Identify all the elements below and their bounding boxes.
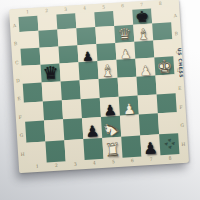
coordinate-label: E bbox=[176, 80, 183, 99]
square-h1[interactable]: ♣♣♣♣ bbox=[159, 133, 179, 155]
board-grid: ♚♛♝♟♟♛♝♟♚♟♟♟♞♜♟♣♣♣♣ bbox=[19, 7, 180, 163]
square-a2[interactable] bbox=[25, 121, 45, 143]
brand-text: US CHESS bbox=[176, 48, 182, 78]
piece-black-king[interactable]: ♚ bbox=[135, 10, 149, 26]
square-g3[interactable] bbox=[138, 94, 158, 115]
coordinate-label: 6 bbox=[123, 159, 142, 165]
coordinate-label: G bbox=[179, 117, 186, 136]
square-d8[interactable] bbox=[75, 12, 95, 29]
square-h3[interactable] bbox=[157, 93, 177, 114]
chess-board: 12345678 12345678 ABCDEFGH ABCDEFGH US C… bbox=[9, 0, 189, 173]
coordinate-label: E bbox=[16, 90, 23, 109]
square-f8[interactable] bbox=[113, 10, 133, 27]
coordinate-label: A bbox=[11, 17, 18, 36]
square-f4[interactable] bbox=[118, 77, 138, 97]
square-f7[interactable]: ♛ bbox=[114, 25, 134, 42]
square-c2[interactable] bbox=[63, 118, 83, 140]
coordinate-label: H bbox=[19, 145, 26, 164]
square-f2[interactable] bbox=[120, 115, 140, 137]
square-e7[interactable] bbox=[95, 26, 115, 43]
square-e6[interactable] bbox=[96, 43, 116, 61]
coordinate-label: G bbox=[18, 127, 25, 146]
piece-white-bishop[interactable]: ♝ bbox=[137, 27, 151, 42]
coordinate-label: 6 bbox=[113, 4, 132, 10]
piece-white-bishop[interactable]: ♝ bbox=[100, 63, 115, 80]
coordinate-label: 1 bbox=[28, 165, 47, 171]
square-a1[interactable] bbox=[26, 141, 46, 163]
square-h2[interactable] bbox=[158, 112, 178, 134]
coordinate-label: F bbox=[17, 109, 24, 128]
square-b8[interactable] bbox=[37, 15, 57, 32]
square-g5[interactable]: ♟ bbox=[135, 57, 155, 76]
coordinate-label: 4 bbox=[75, 6, 94, 12]
brand-corner-logo: ♣♣♣♣ bbox=[159, 133, 179, 155]
square-d6[interactable]: ♟ bbox=[77, 44, 97, 62]
square-h5[interactable]: ♚ bbox=[154, 56, 174, 75]
square-g8[interactable]: ♚ bbox=[132, 9, 152, 26]
square-e8[interactable] bbox=[94, 11, 114, 28]
coordinate-label: 5 bbox=[104, 160, 123, 166]
square-d4[interactable] bbox=[80, 79, 100, 99]
square-d3[interactable] bbox=[81, 98, 101, 119]
square-c1[interactable] bbox=[64, 139, 84, 161]
square-d1[interactable] bbox=[83, 138, 103, 160]
square-a8[interactable] bbox=[19, 16, 39, 33]
square-h8[interactable] bbox=[151, 7, 171, 24]
piece-white-pawn[interactable]: ♟ bbox=[122, 102, 136, 117]
square-c8[interactable] bbox=[56, 13, 76, 30]
club-icon: ♣ bbox=[166, 144, 173, 151]
square-b6[interactable] bbox=[39, 46, 59, 64]
square-b3[interactable] bbox=[43, 100, 63, 121]
coordinate-label: H bbox=[180, 135, 187, 154]
coordinate-label: 2 bbox=[47, 163, 66, 169]
piece-white-king[interactable]: ♚ bbox=[156, 57, 173, 76]
square-e2[interactable]: ♞ bbox=[101, 116, 121, 138]
square-h7[interactable] bbox=[152, 23, 172, 40]
square-c7[interactable] bbox=[57, 29, 77, 46]
square-e3[interactable]: ♟ bbox=[100, 96, 120, 117]
coordinate-label: 3 bbox=[66, 162, 85, 168]
coordinate-label: B bbox=[173, 25, 180, 44]
square-c4[interactable] bbox=[61, 80, 81, 100]
square-f5[interactable] bbox=[116, 59, 136, 78]
board-mat: 12345678 12345678 ABCDEFGH ABCDEFGH US C… bbox=[9, 0, 189, 173]
square-a3[interactable] bbox=[24, 101, 44, 122]
coordinate-label: 1 bbox=[18, 10, 37, 16]
square-g7[interactable]: ♝ bbox=[133, 24, 153, 41]
square-f1[interactable] bbox=[121, 135, 141, 157]
coordinate-label: 3 bbox=[56, 8, 75, 14]
photo-scene: 12345678 12345678 ABCDEFGH ABCDEFGH US C… bbox=[0, 0, 200, 200]
square-d5[interactable] bbox=[78, 61, 98, 80]
coordinate-label: D bbox=[14, 72, 21, 91]
piece-black-pawn[interactable]: ♟ bbox=[82, 50, 94, 63]
square-a7[interactable] bbox=[19, 31, 39, 48]
square-c5[interactable] bbox=[60, 62, 80, 81]
piece-white-rook[interactable]: ♜ bbox=[104, 141, 121, 160]
square-f3[interactable]: ♟ bbox=[119, 95, 139, 116]
coordinate-label: A bbox=[172, 7, 179, 26]
coordinate-label: 2 bbox=[37, 9, 56, 15]
coordinate-label: 8 bbox=[161, 156, 180, 162]
square-c3[interactable] bbox=[62, 99, 82, 120]
square-b1[interactable] bbox=[45, 140, 65, 162]
square-b2[interactable] bbox=[44, 120, 64, 142]
square-g6[interactable] bbox=[134, 40, 154, 58]
square-e1[interactable]: ♜ bbox=[102, 136, 122, 158]
square-b4[interactable] bbox=[42, 81, 62, 101]
square-f6[interactable]: ♟ bbox=[115, 41, 135, 59]
piece-black-pawn[interactable]: ♟ bbox=[143, 141, 158, 158]
coordinate-label: B bbox=[12, 35, 19, 54]
square-a4[interactable] bbox=[23, 82, 43, 102]
square-a5[interactable] bbox=[22, 65, 42, 84]
square-c6[interactable] bbox=[58, 45, 78, 63]
square-b5[interactable]: ♛ bbox=[41, 63, 61, 82]
square-g1[interactable]: ♟ bbox=[140, 134, 160, 156]
piece-white-pawn[interactable]: ♟ bbox=[120, 48, 132, 61]
square-a6[interactable] bbox=[20, 47, 40, 65]
coordinate-label: 5 bbox=[94, 5, 113, 11]
coordinate-label: C bbox=[13, 54, 20, 73]
square-d7[interactable] bbox=[76, 28, 96, 45]
coordinate-label: 4 bbox=[85, 161, 104, 167]
square-e5[interactable]: ♝ bbox=[97, 60, 117, 79]
square-b7[interactable] bbox=[38, 30, 58, 47]
coordinate-label: F bbox=[177, 99, 184, 118]
piece-white-pawn[interactable]: ♟ bbox=[139, 64, 151, 78]
piece-black-queen[interactable]: ♛ bbox=[42, 65, 59, 83]
coordinate-label: 8 bbox=[151, 2, 170, 8]
piece-white-queen[interactable]: ♛ bbox=[117, 27, 132, 43]
square-g2[interactable] bbox=[139, 114, 159, 136]
